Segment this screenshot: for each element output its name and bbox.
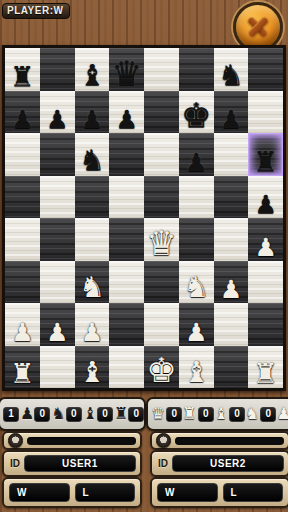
player2-losses-field: L bbox=[223, 483, 284, 502]
square-a8[interactable]: ♜ bbox=[5, 48, 40, 91]
piece-white-knight: ♞ bbox=[183, 273, 209, 302]
square-h4[interactable]: ♟ bbox=[248, 218, 283, 261]
captured-item: 0♞ bbox=[34, 406, 65, 422]
captured-black-knight-icon: ♞ bbox=[51, 406, 65, 422]
square-e2[interactable] bbox=[144, 303, 179, 346]
clock-icon bbox=[8, 433, 23, 448]
square-h7[interactable] bbox=[248, 91, 283, 134]
square-a4[interactable] bbox=[5, 218, 40, 261]
square-d3[interactable] bbox=[109, 261, 144, 304]
square-f2[interactable]: ♟ bbox=[179, 303, 214, 346]
square-g3[interactable]: ♟ bbox=[214, 261, 249, 304]
captured-item: 0♜ bbox=[97, 406, 128, 422]
square-b4[interactable] bbox=[40, 218, 75, 261]
captured-item: ♝0 bbox=[214, 406, 245, 422]
square-e6[interactable] bbox=[144, 133, 179, 176]
captured-black-rook-count: 0 bbox=[97, 407, 113, 422]
square-g1[interactable] bbox=[214, 346, 249, 389]
board-frame: ♜♝♛♞♟♟♟♟♚♟♞♟♜♟♛♟♞♞♟♟♟♟♟♜♝♚♝♜ bbox=[2, 45, 286, 391]
piece-black-bishop: ♝ bbox=[79, 61, 105, 90]
square-b8[interactable] bbox=[40, 48, 75, 91]
square-d5[interactable] bbox=[109, 176, 144, 219]
captured-black-queen-count: 0 bbox=[128, 407, 144, 422]
square-b6[interactable] bbox=[40, 133, 75, 176]
piece-black-pawn: ♟ bbox=[11, 107, 33, 132]
piece-black-pawn: ♟ bbox=[46, 107, 68, 132]
captured-white-pawn-icon: ♟ bbox=[276, 406, 288, 422]
square-e5[interactable] bbox=[144, 176, 179, 219]
player2-time-track bbox=[175, 437, 284, 445]
square-h6[interactable]: ♜ bbox=[248, 133, 283, 176]
square-b3[interactable] bbox=[40, 261, 75, 304]
captured-black-bishop-icon: ♝ bbox=[83, 406, 97, 422]
piece-black-pawn: ♟ bbox=[220, 107, 242, 132]
piece-black-rook: ♜ bbox=[254, 148, 278, 175]
square-g7[interactable]: ♟ bbox=[214, 91, 249, 134]
square-a6[interactable] bbox=[5, 133, 40, 176]
square-e3[interactable] bbox=[144, 261, 179, 304]
square-f7[interactable]: ♚ bbox=[179, 91, 214, 134]
square-h2[interactable] bbox=[248, 303, 283, 346]
square-f6[interactable]: ♟ bbox=[179, 133, 214, 176]
square-d6[interactable] bbox=[109, 133, 144, 176]
captured-item: ♞0 bbox=[245, 406, 276, 422]
player1-id-panel: ID USER1 bbox=[2, 450, 142, 477]
square-g2[interactable] bbox=[214, 303, 249, 346]
square-b5[interactable] bbox=[40, 176, 75, 219]
captured-black-pawn-icon: ♟ bbox=[20, 406, 34, 422]
square-h1[interactable]: ♜ bbox=[248, 346, 283, 389]
square-e8[interactable] bbox=[144, 48, 179, 91]
captured-item: 1♟ bbox=[3, 406, 34, 422]
square-g4[interactable] bbox=[214, 218, 249, 261]
piece-black-pawn: ♟ bbox=[115, 107, 137, 132]
piece-black-pawn: ♟ bbox=[254, 192, 276, 217]
square-d1[interactable] bbox=[109, 346, 144, 389]
square-c5[interactable] bbox=[75, 176, 110, 219]
square-g5[interactable] bbox=[214, 176, 249, 219]
player2-id-panel: ID USER2 bbox=[150, 450, 288, 477]
captured-item: 0♝ bbox=[66, 406, 97, 422]
player1-wins-field: W bbox=[9, 483, 70, 502]
player2-score-panel: W L bbox=[150, 477, 288, 508]
square-a3[interactable] bbox=[5, 261, 40, 304]
square-e7[interactable] bbox=[144, 91, 179, 134]
piece-white-pawn: ♟ bbox=[254, 235, 276, 260]
square-c4[interactable] bbox=[75, 218, 110, 261]
square-a7[interactable]: ♟ bbox=[5, 91, 40, 134]
player1-time-track bbox=[27, 437, 136, 445]
square-c2[interactable]: ♟ bbox=[75, 303, 110, 346]
captured-white-bishop-icon: ♝ bbox=[214, 406, 228, 422]
piece-black-pawn: ♟ bbox=[81, 107, 103, 132]
player-turn-badge: PLAYER:W bbox=[2, 3, 70, 19]
captured-white-queen-icon: ♛ bbox=[151, 406, 165, 422]
captured-black-knight-count: 0 bbox=[34, 407, 50, 422]
captured-white-knight-count: 0 bbox=[260, 407, 276, 422]
square-c7[interactable]: ♟ bbox=[75, 91, 110, 134]
square-g8[interactable]: ♞ bbox=[214, 48, 249, 91]
square-a1[interactable]: ♜ bbox=[5, 346, 40, 389]
square-h5[interactable]: ♟ bbox=[248, 176, 283, 219]
square-b7[interactable]: ♟ bbox=[40, 91, 75, 134]
piece-black-knight: ♞ bbox=[79, 146, 105, 175]
captured-item: ♟1 bbox=[276, 406, 288, 422]
captured-item: ♜0 bbox=[182, 406, 213, 422]
square-d7[interactable]: ♟ bbox=[109, 91, 144, 134]
player2-name: USER2 bbox=[172, 455, 284, 472]
square-f3[interactable]: ♞ bbox=[179, 261, 214, 304]
piece-white-knight: ♞ bbox=[79, 273, 105, 302]
piece-black-rook: ♜ bbox=[10, 63, 34, 90]
piece-white-queen: ♛ bbox=[146, 226, 176, 260]
piece-white-pawn: ♟ bbox=[11, 320, 33, 345]
captured-black-tray: 1♟0♞0♝0♜0♛ bbox=[0, 397, 146, 431]
captured-white-tray: ♛0♜0♝0♞0♟1 bbox=[146, 397, 288, 431]
captured-white-knight-icon: ♞ bbox=[245, 406, 259, 422]
piece-white-pawn: ♟ bbox=[220, 277, 242, 302]
piece-black-knight: ♞ bbox=[218, 61, 244, 90]
square-g6[interactable] bbox=[214, 133, 249, 176]
square-h8[interactable] bbox=[248, 48, 283, 91]
square-c1[interactable]: ♝ bbox=[75, 346, 110, 389]
square-f4[interactable] bbox=[179, 218, 214, 261]
player1-name: USER1 bbox=[24, 455, 136, 472]
piece-white-king: ♚ bbox=[146, 353, 176, 387]
chess-board: ♜♝♛♞♟♟♟♟♚♟♞♟♜♟♛♟♞♞♟♟♟♟♟♜♝♚♝♜ bbox=[5, 48, 283, 388]
square-b2[interactable]: ♟ bbox=[40, 303, 75, 346]
captured-white-queen-count: 0 bbox=[166, 407, 182, 422]
square-d2[interactable] bbox=[109, 303, 144, 346]
player1-timer bbox=[2, 431, 142, 450]
piece-white-pawn: ♟ bbox=[185, 320, 207, 345]
square-b1[interactable] bbox=[40, 346, 75, 389]
piece-white-pawn: ♟ bbox=[46, 320, 68, 345]
captured-black-rook-icon: ♜ bbox=[114, 406, 128, 422]
player1-score-panel: W L bbox=[2, 477, 142, 508]
square-a2[interactable]: ♟ bbox=[5, 303, 40, 346]
square-e4[interactable]: ♛ bbox=[144, 218, 179, 261]
player2-timer bbox=[150, 431, 288, 450]
app-screen: PLAYER:W ♜♝♛♞♟♟♟♟♚♟♞♟♜♟♛♟♞♞♟♟♟♟♟♜♝♚♝♜ 1♟… bbox=[0, 0, 288, 512]
square-c3[interactable]: ♞ bbox=[75, 261, 110, 304]
captured-white-rook-icon: ♜ bbox=[182, 406, 196, 422]
captured-black-pawn-count: 1 bbox=[3, 407, 19, 422]
square-d4[interactable] bbox=[109, 218, 144, 261]
square-h3[interactable] bbox=[248, 261, 283, 304]
captured-white-rook-count: 0 bbox=[198, 407, 214, 422]
piece-black-pawn: ♟ bbox=[185, 150, 207, 175]
piece-white-pawn: ♟ bbox=[81, 320, 103, 345]
square-c6[interactable]: ♞ bbox=[75, 133, 110, 176]
captured-black-bishop-count: 0 bbox=[66, 407, 82, 422]
piece-white-rook: ♜ bbox=[10, 360, 34, 387]
square-f5[interactable] bbox=[179, 176, 214, 219]
piece-white-rook: ♜ bbox=[254, 360, 278, 387]
square-f1[interactable]: ♝ bbox=[179, 346, 214, 389]
piece-white-bishop: ♝ bbox=[79, 358, 105, 387]
square-c8[interactable]: ♝ bbox=[75, 48, 110, 91]
piece-black-queen: ♛ bbox=[111, 56, 141, 90]
square-f8[interactable] bbox=[179, 48, 214, 91]
player2-wins-field: W bbox=[157, 483, 218, 502]
player1-losses-field: L bbox=[75, 483, 136, 502]
square-a5[interactable] bbox=[5, 176, 40, 219]
square-d8[interactable]: ♛ bbox=[109, 48, 144, 91]
square-e1[interactable]: ♚ bbox=[144, 346, 179, 389]
clock-icon bbox=[156, 433, 171, 448]
player1-id-label: ID bbox=[10, 458, 20, 469]
player2-id-label: ID bbox=[158, 458, 168, 469]
captured-item: ♛0 bbox=[151, 406, 182, 422]
captured-white-bishop-count: 0 bbox=[229, 407, 245, 422]
piece-white-bishop: ♝ bbox=[183, 358, 209, 387]
piece-black-king: ♚ bbox=[181, 98, 211, 132]
